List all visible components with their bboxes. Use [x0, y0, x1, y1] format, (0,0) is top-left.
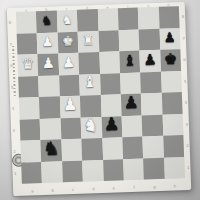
square-c6[interactable]: ♟: [58, 53, 79, 75]
piece-black-king-h6[interactable]: ♚: [164, 51, 177, 66]
square-f5[interactable]: [120, 72, 141, 94]
square-g1[interactable]: [143, 157, 164, 179]
coord-right-5: 5: [184, 70, 187, 92]
square-g7[interactable]: [139, 28, 160, 50]
coord-right-2: 2: [186, 135, 189, 157]
square-e1[interactable]: [103, 159, 124, 181]
square-a4[interactable]: [19, 97, 40, 119]
coord-bottom-c: c: [63, 187, 84, 193]
square-e5[interactable]: [100, 73, 121, 95]
square-a7[interactable]: [17, 33, 38, 55]
piece-black-pawn-g6[interactable]: ♟: [143, 52, 156, 67]
square-d7[interactable]: ♜: [78, 30, 99, 52]
square-c2[interactable]: [61, 139, 82, 161]
coord-bottom-e: e: [104, 185, 125, 191]
square-h6[interactable]: ♚: [160, 49, 181, 71]
square-d2[interactable]: [81, 138, 102, 160]
piece-black-bishop-f6[interactable]: ♝: [123, 53, 136, 68]
square-a1[interactable]: [21, 162, 42, 184]
square-h2[interactable]: [163, 135, 184, 157]
piece-black-pawn-f4[interactable]: ♟: [124, 94, 139, 111]
square-c5[interactable]: [59, 74, 80, 96]
coord-bottom-a: a: [22, 188, 43, 194]
square-c1[interactable]: [62, 160, 83, 182]
square-d5[interactable]: ♝: [79, 73, 100, 95]
piece-black-pawn-e3[interactable]: ♟: [103, 116, 119, 134]
square-b8[interactable]: ♞: [36, 10, 57, 32]
file-labels-bottom: abcdefgh: [22, 183, 185, 194]
square-g2[interactable]: [143, 136, 164, 158]
square-e3[interactable]: ♟: [101, 116, 122, 138]
piece-white-rook-d7[interactable]: ♜: [82, 34, 94, 47]
piece-white-pawn-c6[interactable]: ♟: [62, 55, 75, 70]
coord-bottom-h: h: [165, 183, 186, 189]
piece-black-knight-b8[interactable]: ♞: [41, 14, 52, 26]
square-c7[interactable]: ♚: [57, 31, 78, 53]
square-a2[interactable]: [20, 140, 41, 162]
square-f2[interactable]: [122, 137, 143, 159]
coord-right-3: 3: [185, 113, 188, 135]
square-a5[interactable]: [18, 76, 39, 98]
square-g6[interactable]: ♟: [140, 50, 161, 72]
square-h7[interactable]: ♟: [159, 28, 180, 50]
square-h3[interactable]: [162, 114, 183, 136]
square-g4[interactable]: [141, 93, 162, 115]
coord-left-8: 8: [8, 12, 11, 34]
square-f1[interactable]: [123, 158, 144, 180]
piece-white-knight-d3[interactable]: ♞: [82, 116, 101, 136]
square-b4[interactable]: [39, 96, 60, 118]
square-a8[interactable]: [16, 11, 37, 33]
square-d1[interactable]: [82, 159, 103, 181]
chessboard: abcdefgh abcdefgh 87654321 87654321 ♞♞♟♚…: [7, 2, 191, 196]
square-e2[interactable]: [102, 137, 123, 159]
coord-right-7: 7: [182, 27, 185, 49]
square-c4[interactable]: ♟: [60, 96, 81, 118]
square-h8[interactable]: [158, 6, 179, 28]
coord-right-4: 4: [184, 92, 187, 114]
square-e6[interactable]: [99, 51, 120, 73]
board-edge-brand-text: [12, 46, 15, 98]
square-h4[interactable]: [161, 92, 182, 114]
coord-left-3: 3: [12, 119, 15, 141]
square-a6[interactable]: ♛: [17, 54, 38, 76]
square-h5[interactable]: [161, 71, 182, 93]
square-g8[interactable]: [138, 7, 159, 29]
square-h1[interactable]: [164, 157, 185, 179]
photo-background: abcdefgh abcdefgh 87654321 87654321 ♞♞♟♚…: [0, 0, 200, 200]
square-f7[interactable]: [118, 29, 139, 51]
square-d6[interactable]: [78, 52, 99, 74]
piece-white-pawn-b6[interactable]: ♟: [42, 56, 55, 71]
square-e7[interactable]: [98, 30, 119, 52]
square-c8[interactable]: ♞: [57, 10, 78, 32]
piece-white-bishop-d5[interactable]: ♝: [83, 75, 97, 91]
square-b6[interactable]: ♟: [38, 53, 59, 75]
piece-white-king-c7[interactable]: ♚: [62, 34, 74, 47]
square-b5[interactable]: [39, 75, 60, 97]
piece-white-knight-c8[interactable]: ♞: [62, 13, 73, 25]
board-grid: ♞♞♟♚♜♟♛♟♟♝♟♚♝♟♟♞♟♞: [16, 6, 185, 184]
piece-white-queen-a6[interactable]: ♛: [21, 56, 34, 71]
square-c3[interactable]: [60, 117, 81, 139]
square-b1[interactable]: [42, 161, 63, 183]
piece-white-pawn-c4[interactable]: ♟: [62, 97, 77, 114]
square-a3[interactable]: [20, 119, 41, 141]
square-f8[interactable]: [118, 8, 139, 30]
square-g5[interactable]: [140, 71, 161, 93]
coord-right-8: 8: [181, 6, 184, 28]
square-d8[interactable]: [77, 9, 98, 31]
square-b7[interactable]: ♟: [37, 32, 58, 54]
coord-right-1: 1: [187, 156, 190, 178]
board-border: abcdefgh abcdefgh 87654321 87654321 ♞♞♟♚…: [7, 2, 191, 196]
piece-black-knight-b2[interactable]: ♞: [43, 139, 60, 158]
square-e8[interactable]: [97, 8, 118, 30]
piece-white-pawn-b7[interactable]: ♟: [41, 35, 53, 48]
coord-right-6: 6: [183, 49, 186, 71]
coord-bottom-g: g: [144, 184, 165, 190]
coord-bottom-b: b: [42, 187, 63, 193]
coord-bottom-d: d: [83, 186, 104, 192]
piece-black-pawn-h7[interactable]: ♟: [164, 31, 176, 44]
square-g3[interactable]: [142, 114, 163, 136]
coord-bottom-f: f: [124, 184, 145, 190]
square-f6[interactable]: ♝: [119, 51, 140, 73]
square-f4[interactable]: ♟: [121, 94, 142, 116]
square-d3[interactable]: ♞: [81, 116, 102, 138]
square-f3[interactable]: [121, 115, 142, 137]
coord-left-4: 4: [11, 98, 14, 120]
square-b2[interactable]: ♞: [41, 139, 62, 161]
